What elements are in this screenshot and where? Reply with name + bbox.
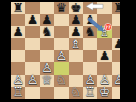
piece-white-rook-f1[interactable]: ♖ xyxy=(85,86,96,99)
square-b1[interactable] xyxy=(25,87,39,99)
square-b6[interactable] xyxy=(25,26,39,38)
chessboard-frame: ♜♛♚♜♟♟♟♝♟♞♟♞♗♗♟♙♟♙♙♙♕♘♙♙♙♖♘♖♔ ?? xyxy=(0,0,136,102)
square-d4[interactable]: ♙ xyxy=(54,50,68,62)
piece-white-bishop-g6[interactable]: ♗ xyxy=(99,26,110,39)
square-d1[interactable] xyxy=(54,87,68,99)
square-d7[interactable] xyxy=(54,14,68,26)
piece-white-knight-e1[interactable]: ♘ xyxy=(70,86,81,99)
piece-black-knight-f6[interactable]: ♞ xyxy=(85,26,96,39)
piece-white-queen-c2[interactable]: ♕ xyxy=(41,74,52,87)
square-b2[interactable]: ♙ xyxy=(25,75,39,87)
square-b4[interactable] xyxy=(25,50,39,62)
piece-white-pawn-b2[interactable]: ♙ xyxy=(27,74,38,87)
piece-white-pawn-d4[interactable]: ♙ xyxy=(56,50,67,63)
square-e1[interactable]: ♘ xyxy=(69,87,83,99)
square-d2[interactable]: ♘ xyxy=(54,75,68,87)
square-a1[interactable]: ♖ xyxy=(11,87,25,99)
piece-white-bishop-e5[interactable]: ♗ xyxy=(70,38,81,51)
square-a6[interactable]: ♟ xyxy=(11,26,25,38)
square-a5[interactable] xyxy=(11,38,25,50)
square-c6[interactable]: ♞ xyxy=(40,26,54,38)
square-f1[interactable]: ♖ xyxy=(83,87,97,99)
square-f6[interactable]: ♞ xyxy=(83,26,97,38)
square-e4[interactable] xyxy=(69,50,83,62)
right-border xyxy=(120,0,136,102)
piece-black-pawn-g4[interactable]: ♟ xyxy=(99,50,110,63)
piece-black-pawn-a6[interactable]: ♟ xyxy=(13,26,24,39)
square-b5[interactable] xyxy=(25,38,39,50)
square-b7[interactable]: ♟ xyxy=(25,14,39,26)
piece-black-queen-d8[interactable]: ♛ xyxy=(56,2,67,15)
square-d8[interactable]: ♛ xyxy=(54,2,68,14)
chess-board[interactable]: ♜♛♚♜♟♟♟♝♟♞♟♞♗♗♟♙♟♙♙♙♕♘♙♙♙♖♘♖♔ xyxy=(11,2,126,99)
square-c1[interactable] xyxy=(40,87,54,99)
piece-white-rook-a1[interactable]: ♖ xyxy=(13,86,24,99)
piece-black-knight-c6[interactable]: ♞ xyxy=(41,26,52,39)
square-g8[interactable] xyxy=(97,2,111,14)
square-a4[interactable] xyxy=(11,50,25,62)
square-d6[interactable] xyxy=(54,26,68,38)
square-a8[interactable]: ♜ xyxy=(11,2,25,14)
square-g4[interactable]: ♟ xyxy=(97,50,111,62)
square-f4[interactable] xyxy=(83,50,97,62)
piece-white-knight-d2[interactable]: ♘ xyxy=(56,74,67,87)
square-c5[interactable] xyxy=(40,38,54,50)
piece-black-rook-a8[interactable]: ♜ xyxy=(13,2,24,15)
square-c2[interactable]: ♕ xyxy=(40,75,54,87)
square-e5[interactable]: ♗ xyxy=(69,38,83,50)
square-e3[interactable] xyxy=(69,62,83,74)
piece-white-king-g1[interactable]: ♔ xyxy=(99,86,110,99)
piece-black-pawn-b7[interactable]: ♟ xyxy=(27,14,38,27)
square-g1[interactable]: ♔ xyxy=(97,87,111,99)
square-f5[interactable] xyxy=(83,38,97,50)
square-g6[interactable]: ♗ xyxy=(97,26,111,38)
